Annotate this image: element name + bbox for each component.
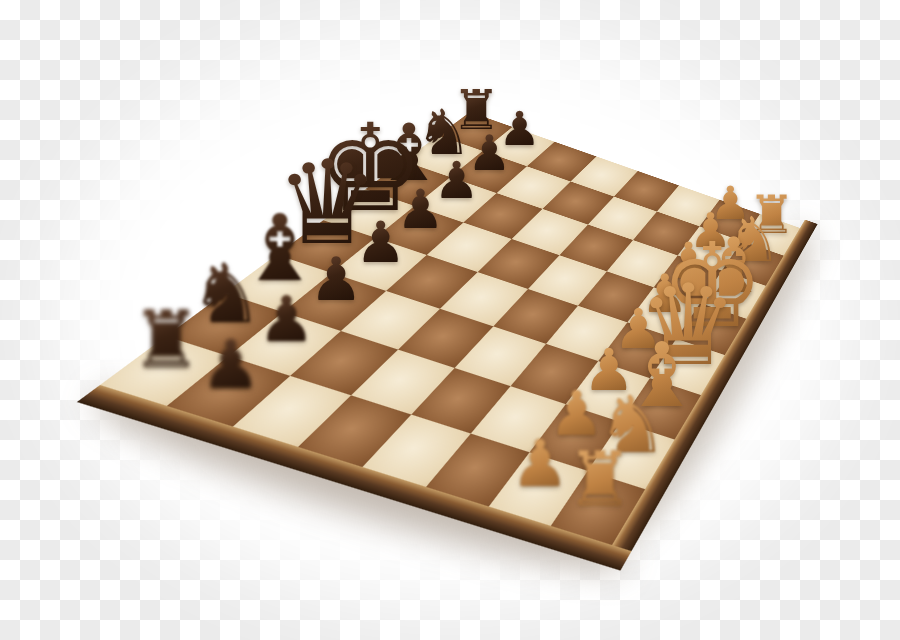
product-photo-canvas: ♜♞♝♛♚♝♞♜♟♟♟♟♟♟♟♟♟♟♟♟♟♟♟♟♜♞♝♛♚♝♞♜ bbox=[0, 0, 900, 640]
